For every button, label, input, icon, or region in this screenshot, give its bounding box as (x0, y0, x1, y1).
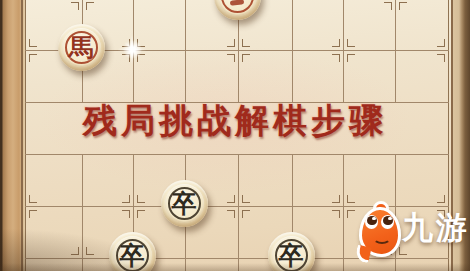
point-marker (347, 195, 355, 203)
9game-logo-text: 九游 (402, 212, 470, 243)
grid-line (292, 0, 293, 102)
piece-character: 卒 (268, 232, 315, 271)
mascot-left-eye (365, 215, 378, 229)
point-marker (137, 195, 145, 203)
point-marker (29, 39, 37, 47)
point-marker (29, 54, 37, 62)
point-marker (227, 39, 235, 47)
piece-character: 馬 (58, 24, 105, 71)
point-marker (332, 54, 340, 62)
mascot-mouth (373, 232, 391, 244)
point-marker (332, 39, 340, 47)
piece-black-c7[interactable]: 卒 (109, 232, 156, 271)
board-outer-border-left (21, 0, 23, 271)
9game-watermark: 九游 (355, 199, 470, 265)
point-marker (242, 54, 250, 62)
point-marker (347, 210, 355, 218)
point-marker (227, 54, 235, 62)
point-marker (384, 2, 392, 10)
piece-black-d6[interactable]: 卒 (161, 180, 208, 227)
point-marker (71, 2, 79, 10)
piece-red-e2[interactable] (214, 0, 261, 20)
point-marker (122, 39, 130, 47)
grid-line (25, 0, 26, 271)
mascot-right-eye (381, 215, 394, 229)
mascot-tail (354, 245, 371, 264)
point-marker (122, 54, 130, 62)
grid-line (25, 154, 449, 155)
point-marker (137, 210, 145, 218)
grid-line (343, 0, 344, 102)
point-marker (137, 39, 145, 47)
grid-line (185, 0, 186, 102)
piece-character: 卒 (109, 232, 156, 271)
grid-line (343, 154, 344, 271)
point-marker (227, 210, 235, 218)
point-marker (86, 2, 94, 10)
point-marker (399, 2, 407, 10)
point-marker (227, 195, 235, 203)
point-marker (242, 195, 250, 203)
point-marker (347, 39, 355, 47)
point-marker (437, 54, 445, 62)
point-marker (347, 54, 355, 62)
piece-character: 卒 (161, 180, 208, 227)
point-marker (332, 195, 340, 203)
point-marker (29, 195, 37, 203)
piece-black-f7[interactable]: 卒 (268, 232, 315, 271)
point-marker (122, 210, 130, 218)
grid-line (395, 0, 396, 102)
xiangqi-board-screenshot: 馬卒卒卒 残局挑战解棋步骤 九游 (0, 0, 470, 271)
grid-line (238, 154, 239, 271)
point-marker (437, 39, 445, 47)
point-marker (71, 247, 79, 255)
point-marker (332, 210, 340, 218)
grid-line (82, 154, 83, 271)
point-marker (242, 39, 250, 47)
point-marker (29, 210, 37, 218)
grid-line (133, 0, 134, 102)
point-marker (242, 210, 250, 218)
point-marker (137, 54, 145, 62)
piece-red-b3[interactable]: 馬 (58, 24, 105, 71)
9game-mascot-icon (357, 201, 403, 261)
point-marker (122, 195, 130, 203)
banner-title: 残局挑战解棋步骤 (83, 101, 395, 139)
point-marker (86, 247, 94, 255)
